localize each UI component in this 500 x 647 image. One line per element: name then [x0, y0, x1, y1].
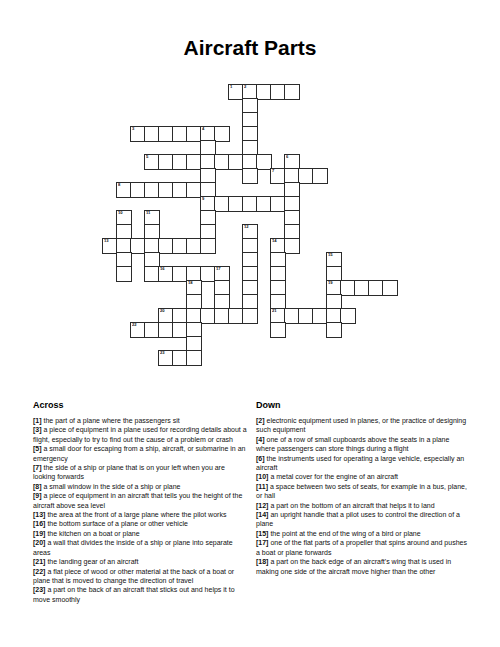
grid-cell[interactable]	[257, 155, 271, 169]
empty-space	[229, 281, 243, 295]
empty-space	[285, 113, 299, 127]
empty-space	[201, 253, 215, 267]
grid-cell[interactable]	[201, 211, 215, 225]
grid-cell[interactable]	[243, 267, 257, 281]
grid-cell[interactable]	[117, 253, 131, 267]
empty-space	[243, 323, 257, 337]
empty-space	[355, 239, 369, 253]
empty-space	[383, 239, 397, 253]
empty-space	[145, 197, 159, 211]
grid-cell[interactable]	[313, 309, 327, 323]
grid-cell[interactable]	[173, 351, 187, 365]
grid-cell[interactable]	[215, 127, 229, 141]
empty-space	[369, 295, 383, 309]
grid-cell[interactable]	[257, 85, 271, 99]
empty-space	[299, 183, 313, 197]
empty-space	[285, 281, 299, 295]
grid-cell[interactable]	[243, 169, 257, 183]
grid-cell[interactable]	[173, 155, 187, 169]
empty-space	[187, 253, 201, 267]
empty-space	[299, 351, 313, 365]
grid-cell[interactable]	[117, 225, 131, 239]
grid-cell[interactable]	[215, 197, 229, 211]
empty-space	[257, 169, 271, 183]
empty-space	[117, 351, 131, 365]
empty-space	[299, 225, 313, 239]
empty-space	[187, 211, 201, 225]
empty-space	[271, 113, 285, 127]
empty-space	[229, 99, 243, 113]
empty-space	[257, 253, 271, 267]
grid-cell[interactable]	[215, 281, 229, 295]
grid-cell[interactable]	[117, 239, 131, 253]
empty-space	[229, 351, 243, 365]
empty-space	[369, 155, 383, 169]
empty-space	[285, 267, 299, 281]
empty-space	[383, 169, 397, 183]
grid-cell[interactable]	[173, 183, 187, 197]
grid-cell[interactable]	[285, 211, 299, 225]
empty-space	[103, 295, 117, 309]
empty-space	[117, 99, 131, 113]
grid-cell[interactable]	[201, 155, 215, 169]
empty-space	[159, 253, 173, 267]
grid-cell[interactable]	[159, 127, 173, 141]
empty-space	[313, 113, 327, 127]
empty-space	[285, 323, 299, 337]
empty-space	[131, 197, 145, 211]
grid-cell[interactable]	[145, 323, 159, 337]
clue-number-label: 2	[244, 85, 246, 89]
empty-space	[327, 127, 341, 141]
grid-cell[interactable]	[187, 267, 201, 281]
clue-number: [8]	[33, 483, 42, 490]
grid-cell[interactable]	[243, 281, 257, 295]
empty-space	[355, 127, 369, 141]
grid-cell[interactable]: 6	[285, 155, 299, 169]
empty-space	[341, 323, 355, 337]
grid-cell[interactable]	[201, 267, 215, 281]
grid-cell[interactable]	[229, 197, 243, 211]
empty-space	[355, 85, 369, 99]
down-clue-list: [2] electronic equipment used in planes,…	[256, 416, 470, 576]
grid-cell[interactable]: 1	[229, 85, 243, 99]
empty-space	[173, 141, 187, 155]
grid-cell[interactable]	[145, 225, 159, 239]
grid-cell[interactable]	[271, 323, 285, 337]
grid-cell[interactable]	[117, 267, 131, 281]
grid-cell[interactable]	[173, 239, 187, 253]
grid-cell[interactable]	[201, 309, 215, 323]
empty-space	[229, 183, 243, 197]
empty-space	[355, 351, 369, 365]
clue-number-label: 7	[272, 169, 274, 173]
empty-space	[299, 155, 313, 169]
empty-space	[131, 113, 145, 127]
empty-space	[369, 267, 383, 281]
clue-section: Across [1] the part of a plane where the…	[33, 400, 470, 604]
grid-cell[interactable]	[355, 281, 369, 295]
empty-space	[341, 225, 355, 239]
empty-space	[117, 337, 131, 351]
empty-space	[355, 211, 369, 225]
grid-cell[interactable]	[173, 267, 187, 281]
empty-space	[201, 281, 215, 295]
grid-cell[interactable]: 17	[215, 267, 229, 281]
clue-number-label: 12	[244, 225, 249, 229]
empty-space	[257, 337, 271, 351]
empty-space	[257, 323, 271, 337]
empty-space	[103, 267, 117, 281]
grid-cell[interactable]	[201, 239, 215, 253]
grid-cell[interactable]	[285, 197, 299, 211]
clue-item: [13] the area at the front of a large pl…	[33, 510, 247, 519]
grid-cell[interactable]	[201, 169, 215, 183]
clue-number: [14]	[256, 511, 268, 518]
empty-space	[271, 183, 285, 197]
empty-space	[201, 337, 215, 351]
grid-cell[interactable]	[271, 197, 285, 211]
grid-cell[interactable]	[383, 281, 397, 295]
empty-space	[313, 239, 327, 253]
empty-space	[131, 281, 145, 295]
grid-cell[interactable]: 16	[159, 267, 173, 281]
empty-space	[355, 309, 369, 323]
grid-cell[interactable]	[145, 183, 159, 197]
grid-cell[interactable]	[187, 309, 201, 323]
empty-space	[257, 295, 271, 309]
empty-space	[355, 253, 369, 267]
grid-cell[interactable]: 7	[271, 169, 285, 183]
clue-number: [18]	[256, 558, 268, 565]
grid-cell[interactable]	[187, 127, 201, 141]
empty-space	[117, 309, 131, 323]
empty-space	[369, 253, 383, 267]
grid-cell[interactable]: 15	[327, 253, 341, 267]
grid-cell[interactable]: 10	[117, 211, 131, 225]
empty-space	[131, 211, 145, 225]
empty-space	[103, 99, 117, 113]
grid-cell[interactable]	[257, 197, 271, 211]
empty-space	[299, 211, 313, 225]
grid-cell[interactable]	[299, 169, 313, 183]
empty-space	[383, 113, 397, 127]
grid-cell[interactable]	[145, 253, 159, 267]
grid-cell[interactable]: 14	[271, 239, 285, 253]
grid-cell[interactable]	[243, 239, 257, 253]
empty-space	[145, 99, 159, 113]
empty-space	[173, 337, 187, 351]
empty-space	[103, 155, 117, 169]
empty-space	[313, 155, 327, 169]
grid-cell[interactable]	[187, 183, 201, 197]
empty-space	[145, 141, 159, 155]
grid-cell[interactable]: 3	[131, 127, 145, 141]
grid-cell[interactable]	[285, 239, 299, 253]
empty-space	[103, 211, 117, 225]
clue-number-label: 10	[118, 211, 123, 215]
empty-space	[131, 295, 145, 309]
grid-cell[interactable]	[285, 85, 299, 99]
clue-item: [5] a small door for escaping from a shi…	[33, 444, 247, 463]
empty-space	[369, 323, 383, 337]
empty-space	[215, 141, 229, 155]
grid-cell[interactable]: 4	[201, 127, 215, 141]
empty-space	[299, 85, 313, 99]
grid-cell[interactable]	[243, 155, 257, 169]
grid-cell[interactable]	[271, 267, 285, 281]
clue-number: [22]	[33, 568, 45, 575]
grid-cell[interactable]	[187, 323, 201, 337]
empty-space	[299, 141, 313, 155]
empty-space	[257, 113, 271, 127]
empty-space	[243, 211, 257, 225]
grid-cell[interactable]: 20	[159, 309, 173, 323]
empty-space	[131, 337, 145, 351]
grid-cell[interactable]	[201, 225, 215, 239]
empty-space	[383, 225, 397, 239]
empty-space	[173, 113, 187, 127]
grid-cell[interactable]	[271, 281, 285, 295]
clue-number: [11]	[256, 483, 268, 490]
grid-cell[interactable]	[271, 253, 285, 267]
grid-cell[interactable]	[173, 309, 187, 323]
grid-cell[interactable]	[327, 309, 341, 323]
empty-space	[187, 113, 201, 127]
empty-space	[215, 211, 229, 225]
empty-space	[369, 225, 383, 239]
empty-space	[187, 99, 201, 113]
empty-space	[229, 113, 243, 127]
empty-space	[145, 351, 159, 365]
clue-number: [21]	[33, 558, 45, 565]
grid-cell[interactable]	[229, 309, 243, 323]
clue-number-label: 14	[272, 239, 277, 243]
grid-cell[interactable]	[145, 267, 159, 281]
grid-cell[interactable]	[187, 239, 201, 253]
grid-cell[interactable]	[159, 183, 173, 197]
grid-cell[interactable]	[327, 267, 341, 281]
empty-space	[103, 113, 117, 127]
empty-space	[285, 295, 299, 309]
empty-space	[103, 127, 117, 141]
empty-space	[341, 253, 355, 267]
empty-space	[117, 169, 131, 183]
grid-cell[interactable]	[187, 155, 201, 169]
clue-number-label: 22	[132, 323, 137, 327]
grid-cell[interactable]	[243, 99, 257, 113]
empty-space	[145, 169, 159, 183]
empty-space	[327, 197, 341, 211]
empty-space	[215, 169, 229, 183]
grid-cell[interactable]	[159, 155, 173, 169]
empty-space	[271, 141, 285, 155]
clue-item: [1] the part of a plane where the passen…	[33, 416, 247, 425]
empty-space	[117, 155, 131, 169]
clue-item: [16] the bottom surface of a plane or ot…	[33, 519, 247, 528]
empty-space	[383, 197, 397, 211]
grid-cell[interactable]	[145, 127, 159, 141]
empty-space	[131, 309, 145, 323]
grid-cell[interactable]: 12	[243, 225, 257, 239]
grid-cell[interactable]	[187, 351, 201, 365]
empty-space	[313, 99, 327, 113]
empty-space	[159, 141, 173, 155]
grid-cell[interactable]	[299, 309, 313, 323]
empty-space	[257, 141, 271, 155]
empty-space	[299, 295, 313, 309]
grid-cell[interactable]: 19	[327, 281, 341, 295]
empty-space	[313, 351, 327, 365]
empty-space	[299, 239, 313, 253]
empty-space	[229, 141, 243, 155]
grid-cell[interactable]	[243, 127, 257, 141]
grid-cell[interactable]	[285, 183, 299, 197]
grid-cell[interactable]: 5	[145, 155, 159, 169]
grid-cell[interactable]: 11	[145, 211, 159, 225]
grid-cell[interactable]: 18	[187, 281, 201, 295]
clue-number-label: 5	[146, 155, 148, 159]
empty-space	[313, 85, 327, 99]
empty-space	[103, 197, 117, 211]
clue-item: [23] a part on the back of an aircraft t…	[33, 585, 247, 604]
clue-number: [9]	[33, 492, 42, 499]
empty-space	[383, 141, 397, 155]
grid-cell[interactable]	[201, 141, 215, 155]
grid-cell[interactable]	[341, 309, 355, 323]
grid-cell[interactable]: 2	[243, 85, 257, 99]
grid-cell[interactable]	[229, 155, 243, 169]
empty-space	[369, 211, 383, 225]
empty-space	[327, 239, 341, 253]
empty-space	[383, 351, 397, 365]
grid-cell[interactable]	[243, 309, 257, 323]
clue-item: [18] a part on the back edge of an aircr…	[256, 557, 470, 576]
empty-space	[131, 141, 145, 155]
grid-cell[interactable]: 23	[159, 351, 173, 365]
empty-space	[383, 253, 397, 267]
empty-space	[341, 127, 355, 141]
grid-cell[interactable]: 13	[103, 239, 117, 253]
grid-cell[interactable]	[215, 295, 229, 309]
empty-space	[145, 295, 159, 309]
empty-space	[327, 155, 341, 169]
empty-space	[383, 309, 397, 323]
grid-cell[interactable]	[285, 309, 299, 323]
grid-cell[interactable]	[369, 281, 383, 295]
grid-cell[interactable]	[131, 183, 145, 197]
empty-space	[299, 267, 313, 281]
empty-space	[383, 337, 397, 351]
empty-space	[341, 337, 355, 351]
grid-cell[interactable]	[215, 309, 229, 323]
grid-cell[interactable]	[187, 337, 201, 351]
grid-cell[interactable]	[341, 281, 355, 295]
grid-cell[interactable]	[243, 141, 257, 155]
empty-space	[285, 127, 299, 141]
empty-space	[257, 99, 271, 113]
empty-space	[313, 295, 327, 309]
grid-cell[interactable]	[271, 295, 285, 309]
empty-space	[285, 141, 299, 155]
empty-space	[369, 183, 383, 197]
empty-space	[299, 127, 313, 141]
empty-space	[131, 155, 145, 169]
clue-item: [19] the kitchen on a boat or plane	[33, 529, 247, 538]
empty-space	[313, 211, 327, 225]
grid-cell[interactable]	[215, 155, 229, 169]
grid-cell[interactable]	[271, 85, 285, 99]
empty-space	[257, 183, 271, 197]
clue-number: [2]	[256, 417, 265, 424]
empty-space	[159, 295, 173, 309]
grid-cell[interactable]	[243, 197, 257, 211]
grid-cell[interactable]: 22	[131, 323, 145, 337]
grid-cell[interactable]	[243, 295, 257, 309]
clue-item: [2] electronic equipment used in planes,…	[256, 416, 470, 435]
empty-space	[327, 351, 341, 365]
empty-space	[369, 127, 383, 141]
empty-space	[159, 197, 173, 211]
empty-space	[383, 267, 397, 281]
empty-space	[159, 211, 173, 225]
grid-cell[interactable]: 21	[271, 309, 285, 323]
empty-space	[229, 211, 243, 225]
grid-cell[interactable]	[285, 169, 299, 183]
grid-cell[interactable]	[243, 253, 257, 267]
grid-cell[interactable]	[159, 239, 173, 253]
empty-space	[299, 99, 313, 113]
empty-space	[103, 183, 117, 197]
grid-cell[interactable]	[131, 239, 145, 253]
grid-cell[interactable]	[285, 225, 299, 239]
empty-space	[117, 113, 131, 127]
empty-space	[271, 99, 285, 113]
grid-cell[interactable]	[145, 239, 159, 253]
empty-space	[341, 85, 355, 99]
grid-cell[interactable]	[187, 295, 201, 309]
grid-cell[interactable]	[313, 169, 327, 183]
empty-space	[369, 239, 383, 253]
empty-space	[327, 337, 341, 351]
empty-space	[117, 197, 131, 211]
grid-cell[interactable]	[243, 113, 257, 127]
grid-cell[interactable]	[327, 323, 341, 337]
clue-number-label: 1	[230, 85, 232, 89]
grid-cell[interactable]	[173, 323, 187, 337]
empty-space	[271, 351, 285, 365]
empty-space	[369, 337, 383, 351]
grid-cell[interactable]	[173, 127, 187, 141]
grid-cell[interactable]: 8	[117, 183, 131, 197]
grid-cell[interactable]	[327, 295, 341, 309]
grid-cell[interactable]: 9	[201, 197, 215, 211]
empty-space	[271, 225, 285, 239]
empty-space	[355, 99, 369, 113]
grid-cell[interactable]	[159, 323, 173, 337]
empty-space	[159, 281, 173, 295]
clue-number-label: 9	[202, 197, 204, 201]
grid-cell[interactable]	[201, 183, 215, 197]
clue-item: [10] a metal cover for the engine of an …	[256, 472, 470, 481]
clue-item: [14] an upright handle that a pilot uses…	[256, 510, 470, 529]
empty-space	[313, 183, 327, 197]
empty-space	[327, 99, 341, 113]
empty-space	[271, 127, 285, 141]
clue-item: [20] a wall that divides the inside of a…	[33, 538, 247, 557]
empty-space	[215, 323, 229, 337]
clue-number-label: 15	[328, 253, 333, 257]
